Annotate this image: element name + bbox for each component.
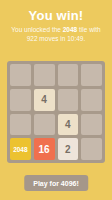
empty-cell (81, 138, 102, 160)
empty-cell (10, 114, 31, 136)
empty-cell (34, 64, 55, 86)
win-subtitle: You unlocked the 2048 tile with 922 move… (6, 26, 106, 43)
empty-cell (10, 64, 31, 86)
tile-4: 4 (34, 89, 55, 111)
win-title: You win! (0, 8, 112, 23)
empty-cell (58, 64, 79, 86)
play-again-button[interactable]: Play for 4096! (24, 175, 88, 191)
tile-4: 4 (58, 114, 79, 136)
empty-cell (58, 89, 79, 111)
subtitle-prefix: You unlocked the (11, 26, 62, 33)
tile-2: 2 (58, 138, 79, 160)
empty-cell (10, 89, 31, 111)
empty-cell (81, 89, 102, 111)
empty-cell (34, 114, 55, 136)
empty-cell (81, 64, 102, 86)
tile-16: 16 (34, 138, 55, 160)
empty-cell (81, 114, 102, 136)
tile-2048: 2048 (10, 138, 31, 160)
game-board: 442048162 (7, 61, 105, 163)
subtitle-unlocked-tile: 2048 (63, 26, 77, 33)
